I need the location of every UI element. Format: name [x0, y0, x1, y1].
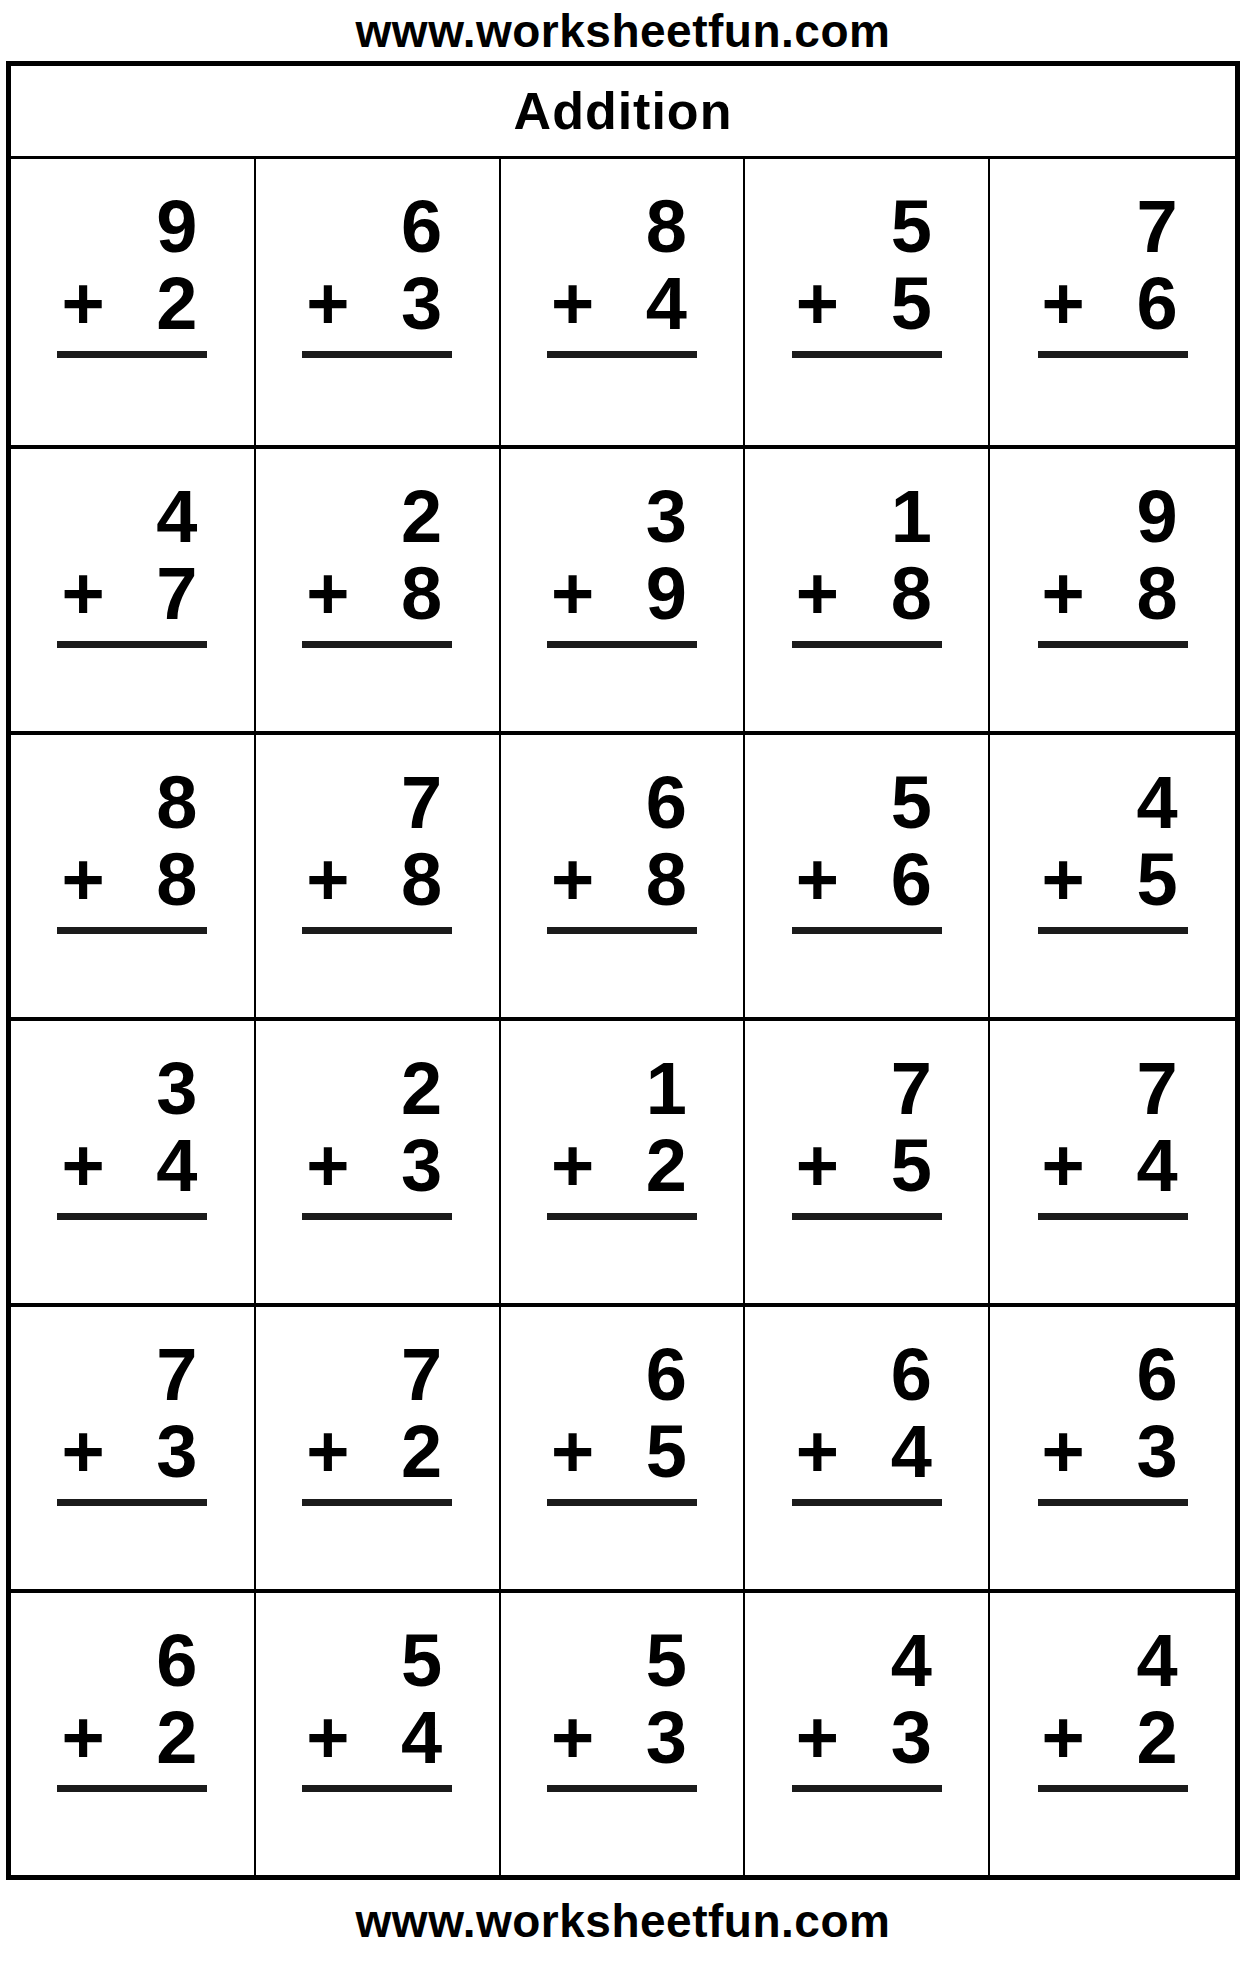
bottom-addend: 8 [891, 556, 932, 633]
bottom-addend: 8 [1136, 556, 1177, 633]
answer-line [1038, 1785, 1188, 1792]
problem-cell: 1+8 [745, 445, 990, 731]
problem-cell: 7+4 [990, 1017, 1235, 1303]
problem-cell: 3+4 [11, 1017, 256, 1303]
answer-line [792, 1785, 942, 1792]
header-site-url: www.worksheetfun.com [0, 0, 1246, 61]
plus-operator: + [551, 556, 594, 633]
problem-cell: 8+8 [11, 731, 256, 1017]
problem-cell: 3+9 [501, 445, 746, 731]
plus-operator: + [61, 1128, 104, 1205]
top-addend: 7 [302, 765, 452, 842]
bottom-addend: 5 [891, 266, 932, 343]
bottom-addend: 9 [646, 556, 687, 633]
addition-problem: 6+2 [57, 1623, 207, 1792]
addition-problem: 3+9 [547, 479, 697, 648]
top-addend: 6 [547, 1337, 697, 1414]
plus-operator: + [796, 1700, 839, 1777]
plus-operator: + [796, 556, 839, 633]
problem-cell: 6+5 [501, 1303, 746, 1589]
bottom-addend: 6 [1136, 266, 1177, 343]
bottom-addend-row: +5 [1038, 842, 1188, 919]
plus-operator: + [306, 556, 349, 633]
bottom-addend: 2 [401, 1414, 442, 1491]
bottom-addend-row: +9 [547, 556, 697, 633]
bottom-addend: 5 [891, 1128, 932, 1205]
problem-cell: 7+8 [256, 731, 501, 1017]
bottom-addend: 8 [401, 556, 442, 633]
problem-cell: 5+4 [256, 1589, 501, 1875]
bottom-addend-row: +8 [302, 842, 452, 919]
bottom-addend: 3 [1136, 1414, 1177, 1491]
bottom-addend-row: +8 [302, 556, 452, 633]
plus-operator: + [1042, 1128, 1085, 1205]
bottom-addend-row: +5 [547, 1414, 697, 1491]
problem-cell: 7+5 [745, 1017, 990, 1303]
plus-operator: + [61, 266, 104, 343]
addition-problem: 4+2 [1038, 1623, 1188, 1792]
addition-problem: 6+8 [547, 765, 697, 934]
top-addend: 6 [1038, 1337, 1188, 1414]
answer-line [302, 641, 452, 648]
bottom-addend: 3 [156, 1414, 197, 1491]
addition-problem: 2+3 [302, 1051, 452, 1220]
addition-problem: 8+4 [547, 189, 697, 358]
answer-line [547, 1785, 697, 1792]
answer-line [547, 641, 697, 648]
problem-cell: 4+2 [990, 1589, 1235, 1875]
bottom-addend-row: +2 [57, 266, 207, 343]
bottom-addend: 2 [156, 266, 197, 343]
plus-operator: + [551, 842, 594, 919]
plus-operator: + [551, 1128, 594, 1205]
problem-cell: 4+5 [990, 731, 1235, 1017]
bottom-addend-row: +6 [792, 842, 942, 919]
bottom-addend: 2 [646, 1128, 687, 1205]
problem-cell: 7+2 [256, 1303, 501, 1589]
problem-cell: 7+6 [990, 159, 1235, 445]
bottom-addend: 3 [646, 1700, 687, 1777]
addition-problem: 4+3 [792, 1623, 942, 1792]
answer-line [792, 1213, 942, 1220]
bottom-addend: 4 [401, 1700, 442, 1777]
top-addend: 1 [792, 479, 942, 556]
answer-line [1038, 1499, 1188, 1506]
bottom-addend-row: +7 [57, 556, 207, 633]
answer-line [792, 927, 942, 934]
addition-problem: 7+3 [57, 1337, 207, 1506]
top-addend: 7 [1038, 1051, 1188, 1128]
problem-cell: 6+3 [256, 159, 501, 445]
bottom-addend: 2 [156, 1700, 197, 1777]
problem-cell: 4+3 [745, 1589, 990, 1875]
plus-operator: + [1042, 1414, 1085, 1491]
footer-site-url: www.worksheetfun.com [0, 1894, 1246, 1948]
top-addend: 5 [547, 1623, 697, 1700]
top-addend: 5 [792, 765, 942, 842]
answer-line [547, 1213, 697, 1220]
answer-line [1038, 641, 1188, 648]
plus-operator: + [551, 1414, 594, 1491]
problem-cell: 9+8 [990, 445, 1235, 731]
bottom-addend: 8 [156, 842, 197, 919]
bottom-addend-row: +3 [547, 1700, 697, 1777]
addition-problem: 4+7 [57, 479, 207, 648]
answer-line [302, 1213, 452, 1220]
plus-operator: + [61, 1414, 104, 1491]
worksheet-page: www.worksheetfun.com Addition 9+26+38+45… [0, 0, 1246, 1967]
worksheet-title: Addition [11, 66, 1235, 159]
addition-problem: 7+8 [302, 765, 452, 934]
problem-cell: 8+4 [501, 159, 746, 445]
plus-operator: + [1042, 266, 1085, 343]
addition-problem: 7+2 [302, 1337, 452, 1506]
top-addend: 8 [547, 189, 697, 266]
problem-cell: 1+2 [501, 1017, 746, 1303]
answer-line [792, 641, 942, 648]
top-addend: 2 [302, 479, 452, 556]
bottom-addend: 6 [891, 842, 932, 919]
top-addend: 3 [547, 479, 697, 556]
top-addend: 6 [57, 1623, 207, 1700]
addition-problem: 5+5 [792, 189, 942, 358]
problem-cell: 6+8 [501, 731, 746, 1017]
answer-line [302, 1499, 452, 1506]
bottom-addend-row: +3 [57, 1414, 207, 1491]
answer-line [792, 1499, 942, 1506]
bottom-addend-row: +4 [57, 1128, 207, 1205]
bottom-addend-row: +8 [547, 842, 697, 919]
answer-line [547, 1499, 697, 1506]
bottom-addend-row: +2 [547, 1128, 697, 1205]
plus-operator: + [796, 842, 839, 919]
bottom-addend-row: +8 [1038, 556, 1188, 633]
plus-operator: + [551, 1700, 594, 1777]
bottom-addend-row: +5 [792, 266, 942, 343]
bottom-addend-row: +3 [302, 266, 452, 343]
bottom-addend: 3 [401, 266, 442, 343]
problem-cell: 7+3 [11, 1303, 256, 1589]
bottom-addend-row: +3 [302, 1128, 452, 1205]
top-addend: 9 [57, 189, 207, 266]
top-addend: 2 [302, 1051, 452, 1128]
bottom-addend: 4 [1136, 1128, 1177, 1205]
answer-line [302, 927, 452, 934]
bottom-addend: 3 [401, 1128, 442, 1205]
bottom-addend-row: +2 [302, 1414, 452, 1491]
problem-cell: 4+7 [11, 445, 256, 731]
addition-problem: 7+4 [1038, 1051, 1188, 1220]
plus-operator: + [1042, 556, 1085, 633]
problem-cell: 5+6 [745, 731, 990, 1017]
top-addend: 7 [792, 1051, 942, 1128]
addition-problem: 5+4 [302, 1623, 452, 1792]
problem-cell: 6+4 [745, 1303, 990, 1589]
top-addend: 5 [792, 189, 942, 266]
addition-problem: 6+4 [792, 1337, 942, 1506]
answer-line [1038, 1213, 1188, 1220]
problem-grid: 9+26+38+45+57+64+72+83+91+89+88+87+86+85… [11, 159, 1235, 1875]
problem-cell: 6+3 [990, 1303, 1235, 1589]
answer-line [302, 1785, 452, 1792]
answer-line [57, 1213, 207, 1220]
worksheet-table: Addition 9+26+38+45+57+64+72+83+91+89+88… [6, 61, 1240, 1880]
answer-line [792, 351, 942, 358]
top-addend: 1 [547, 1051, 697, 1128]
top-addend: 6 [302, 189, 452, 266]
plus-operator: + [61, 842, 104, 919]
bottom-addend: 7 [156, 556, 197, 633]
top-addend: 3 [57, 1051, 207, 1128]
top-addend: 4 [1038, 1623, 1188, 1700]
answer-line [1038, 927, 1188, 934]
answer-line [57, 1785, 207, 1792]
problem-cell: 2+3 [256, 1017, 501, 1303]
problem-cell: 2+8 [256, 445, 501, 731]
plus-operator: + [796, 266, 839, 343]
addition-problem: 1+8 [792, 479, 942, 648]
bottom-addend: 3 [891, 1700, 932, 1777]
bottom-addend: 4 [156, 1128, 197, 1205]
bottom-addend: 8 [646, 842, 687, 919]
addition-problem: 9+8 [1038, 479, 1188, 648]
bottom-addend: 8 [401, 842, 442, 919]
plus-operator: + [306, 1128, 349, 1205]
top-addend: 7 [1038, 189, 1188, 266]
bottom-addend-row: +6 [1038, 266, 1188, 343]
bottom-addend-row: +2 [57, 1700, 207, 1777]
addition-problem: 9+2 [57, 189, 207, 358]
addition-problem: 5+6 [792, 765, 942, 934]
answer-line [57, 1499, 207, 1506]
answer-line [1038, 351, 1188, 358]
bottom-addend-row: +8 [792, 556, 942, 633]
top-addend: 4 [792, 1623, 942, 1700]
addition-problem: 5+3 [547, 1623, 697, 1792]
answer-line [57, 641, 207, 648]
addition-problem: 6+3 [302, 189, 452, 358]
plus-operator: + [796, 1414, 839, 1491]
plus-operator: + [306, 842, 349, 919]
plus-operator: + [796, 1128, 839, 1205]
addition-problem: 7+6 [1038, 189, 1188, 358]
plus-operator: + [1042, 1700, 1085, 1777]
plus-operator: + [1042, 842, 1085, 919]
top-addend: 6 [547, 765, 697, 842]
bottom-addend-row: +3 [1038, 1414, 1188, 1491]
plus-operator: + [61, 556, 104, 633]
addition-problem: 4+5 [1038, 765, 1188, 934]
top-addend: 7 [302, 1337, 452, 1414]
top-addend: 7 [57, 1337, 207, 1414]
bottom-addend-row: +5 [792, 1128, 942, 1205]
addition-problem: 1+2 [547, 1051, 697, 1220]
plus-operator: + [306, 1700, 349, 1777]
problem-cell: 5+3 [501, 1589, 746, 1875]
answer-line [547, 927, 697, 934]
addition-problem: 6+3 [1038, 1337, 1188, 1506]
bottom-addend-row: +4 [302, 1700, 452, 1777]
addition-problem: 6+5 [547, 1337, 697, 1506]
bottom-addend: 5 [1136, 842, 1177, 919]
bottom-addend-row: +3 [792, 1700, 942, 1777]
answer-line [302, 351, 452, 358]
top-addend: 4 [57, 479, 207, 556]
bottom-addend-row: +8 [57, 842, 207, 919]
top-addend: 4 [1038, 765, 1188, 842]
plus-operator: + [306, 1414, 349, 1491]
plus-operator: + [551, 266, 594, 343]
answer-line [57, 351, 207, 358]
answer-line [547, 351, 697, 358]
plus-operator: + [306, 266, 349, 343]
top-addend: 8 [57, 765, 207, 842]
addition-problem: 8+8 [57, 765, 207, 934]
bottom-addend-row: +4 [1038, 1128, 1188, 1205]
problem-cell: 5+5 [745, 159, 990, 445]
addition-problem: 7+5 [792, 1051, 942, 1220]
bottom-addend: 5 [646, 1414, 687, 1491]
top-addend: 6 [792, 1337, 942, 1414]
bottom-addend: 2 [1136, 1700, 1177, 1777]
answer-line [57, 927, 207, 934]
bottom-addend-row: +4 [792, 1414, 942, 1491]
top-addend: 5 [302, 1623, 452, 1700]
bottom-addend: 4 [891, 1414, 932, 1491]
problem-cell: 9+2 [11, 159, 256, 445]
bottom-addend-row: +2 [1038, 1700, 1188, 1777]
bottom-addend: 4 [646, 266, 687, 343]
bottom-addend-row: +4 [547, 266, 697, 343]
plus-operator: + [61, 1700, 104, 1777]
top-addend: 9 [1038, 479, 1188, 556]
addition-problem: 2+8 [302, 479, 452, 648]
problem-cell: 6+2 [11, 1589, 256, 1875]
addition-problem: 3+4 [57, 1051, 207, 1220]
